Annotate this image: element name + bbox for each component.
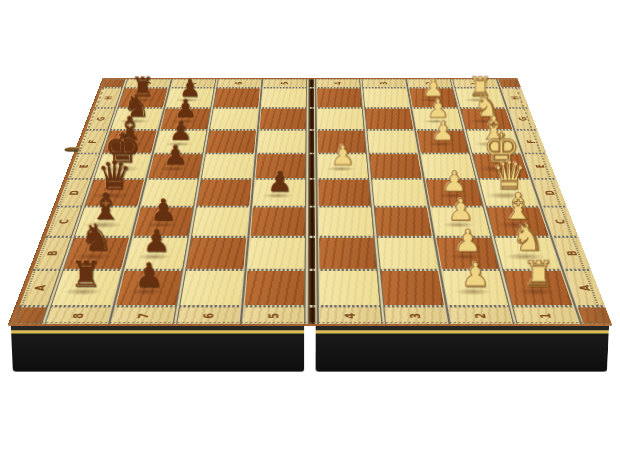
rank-label-back-1-text: 1 [469,82,482,85]
rank-label-front-5: 5 [243,307,304,323]
box-side-panel-right [316,326,609,372]
rank-label-back-6: 6 [217,79,261,87]
file-label-left-F: F [77,131,107,153]
square-f5[interactable] [258,131,306,153]
rank-label-back-5: 5 [263,79,306,87]
file-label-right-H: H [502,88,529,107]
piece-black-pawn-d5[interactable]: ♟ [267,167,293,195]
square-h6[interactable] [214,88,260,107]
file-label-left-C-text: C [56,219,72,224]
file-label-right-D: D [533,180,566,206]
piece-black-pawn-a7[interactable]: ♟ [134,259,163,292]
file-label-left-E: E [68,154,99,178]
hinge-seam [309,208,315,236]
rank-label-front-3-text: 3 [407,313,425,319]
square-c6[interactable] [192,208,249,236]
square-d6[interactable] [197,180,251,206]
square-e6[interactable] [202,154,254,178]
rank-label-front-8: 8 [46,307,112,323]
corner-front-right [578,307,612,323]
file-label-left-H-text: H [102,96,115,100]
piece-black-pawn-e7[interactable]: ♟ [163,142,188,169]
file-label-left-D-text: D [66,190,82,195]
rank-label-front-6-text: 6 [200,313,218,319]
file-label-right-D-text: D [542,190,558,195]
rank-label-back-4: 4 [317,79,360,87]
file-label-right-F-text: F [524,140,538,143]
hinge-seam [309,307,316,323]
hinge-seam [309,79,314,87]
square-c4[interactable] [319,208,374,236]
rank-label-front-8-text: 8 [69,313,88,319]
square-d4[interactable] [318,180,370,206]
file-label-left-H: H [95,88,122,107]
square-h3[interactable] [363,88,409,107]
rank-label-front-7-text: 7 [135,313,153,319]
square-g6[interactable] [210,109,258,129]
corner-back-left [102,79,125,87]
square-d3[interactable] [372,180,427,206]
corner-back-right [498,79,521,87]
hinge-seam [309,131,314,153]
file-label-right-A-text: A [575,285,593,291]
file-label-right-F: F [516,131,546,153]
square-a6[interactable] [180,271,243,305]
piece-black-pawn-b7[interactable]: ♟ [142,226,170,257]
rank-label-back-4-text: 4 [332,82,344,85]
chess-board: 87654321HHGGFFEEDDCCBBAA87654321 ♜♟♟♜♞♟♟… [9,78,612,326]
file-label-left-F-text: F [85,140,99,143]
square-b5[interactable] [248,238,305,269]
file-label-right-C: C [543,208,578,236]
hinge-seam [309,271,316,305]
file-label-left-B-text: B [44,250,61,255]
rank-label-front-5-text: 5 [265,313,282,319]
rank-label-front-1: 1 [513,307,579,323]
file-label-left-A: A [20,271,59,305]
file-label-left-E-text: E [76,164,91,168]
chess-set-photo: 87654321HHGGFFEEDDCCBBAA87654321 ♜♟♟♜♞♟♟… [0,0,620,465]
rank-label-front-1-text: 1 [537,313,556,319]
rank-label-back-6-text: 6 [233,82,245,85]
rank-label-front-3: 3 [384,307,447,323]
square-c3[interactable] [375,208,432,236]
hinge-seam [309,154,315,178]
file-label-right-G-text: G [516,117,530,121]
square-f6[interactable] [206,131,256,153]
rank-label-front-4-text: 4 [342,313,359,319]
square-g3[interactable] [365,109,413,129]
square-f3[interactable] [367,131,417,153]
file-label-left-G-text: G [94,117,108,121]
square-b4[interactable] [319,238,376,269]
piece-white-pawn-a2[interactable]: ♟ [461,259,490,292]
clasp-latch [64,147,80,151]
hinge-seam [309,109,314,129]
rank-label-front-2-text: 2 [472,313,490,319]
rank-label-back-2-text: 2 [423,82,435,85]
square-a4[interactable] [320,271,380,305]
square-b6[interactable] [187,238,247,269]
piece-white-pawn-e4[interactable]: ♟ [331,142,356,169]
rank-label-front-2: 2 [449,307,513,323]
rank-label-back-7-text: 7 [187,82,199,85]
rank-label-front-4: 4 [320,307,381,323]
piece-black-rook-a8[interactable]: ♜ [70,256,102,292]
file-label-right-E: E [524,154,555,178]
square-c5[interactable] [251,208,306,236]
box-side-panel-left [11,326,304,372]
rank-label-back-5-text: 5 [279,82,291,85]
hinge-seam [309,180,315,206]
file-label-right-E-text: E [532,164,547,168]
piece-white-rook-a1[interactable]: ♜ [522,256,554,292]
square-a3[interactable] [381,271,444,305]
rank-label-back-8-text: 8 [141,82,154,85]
rank-label-back-3: 3 [362,79,406,87]
square-e3[interactable] [370,154,422,178]
file-label-left-A-text: A [31,285,49,291]
square-b3[interactable] [378,238,438,269]
square-h5[interactable] [261,88,306,107]
file-label-right-B-text: B [563,250,580,255]
square-h4[interactable] [317,88,362,107]
hinge-seam [309,238,315,269]
rank-label-back-3-text: 3 [378,82,390,85]
rank-label-front-6: 6 [177,307,240,323]
file-label-right-A: A [565,271,605,305]
rank-label-front-7: 7 [111,307,175,323]
piece-white-pawn-f2[interactable]: ♟ [431,118,455,144]
square-a5[interactable] [245,271,305,305]
piece-white-knight-b1[interactable]: ♞ [511,219,544,256]
piece-black-knight-b8[interactable]: ♞ [79,219,112,256]
file-label-right-H-text: H [508,96,521,100]
corner-front-left [13,307,47,323]
piece-white-pawn-c2[interactable]: ♟ [447,195,474,225]
piece-black-pawn-c7[interactable]: ♟ [150,195,177,225]
file-label-right-B: B [554,238,591,269]
file-label-right-C-text: C [552,219,569,224]
piece-white-pawn-b2[interactable]: ♟ [454,226,482,257]
square-g4[interactable] [317,109,363,129]
hinge-seam [309,88,314,107]
square-g5[interactable] [260,109,306,129]
